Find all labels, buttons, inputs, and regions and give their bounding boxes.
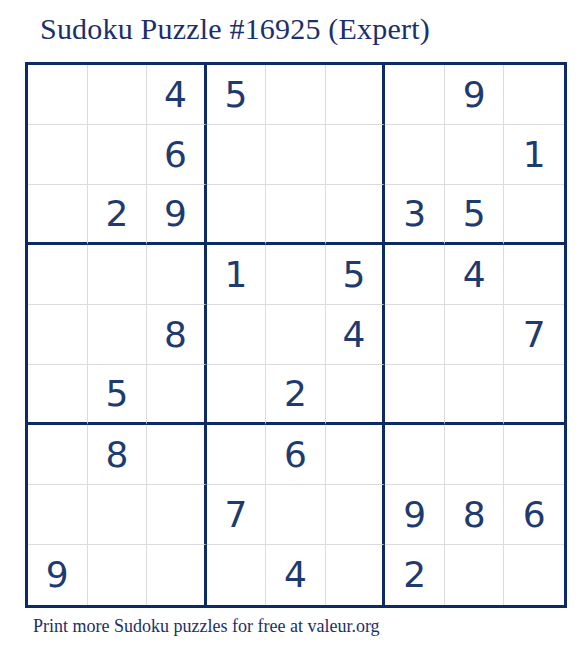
sudoku-cell-empty	[88, 65, 148, 125]
sudoku-cell-empty	[326, 425, 386, 485]
sudoku-cell-empty	[28, 245, 88, 305]
sudoku-cell-empty	[28, 485, 88, 545]
sudoku-cell-empty	[445, 305, 505, 365]
sudoku-cell-given: 9	[445, 65, 505, 125]
sudoku-cell-empty	[326, 545, 386, 605]
sudoku-cell-empty	[504, 365, 564, 425]
sudoku-cell-empty	[445, 425, 505, 485]
sudoku-cell-empty	[88, 245, 148, 305]
sudoku-cell-given: 5	[326, 245, 386, 305]
sudoku-cell-empty	[28, 425, 88, 485]
footer-text: Print more Sudoku puzzles for free at va…	[33, 616, 380, 637]
sudoku-cell-empty	[326, 485, 386, 545]
sudoku-cell-given: 6	[266, 425, 326, 485]
sudoku-cell-given: 8	[445, 485, 505, 545]
sudoku-cell-given: 9	[28, 545, 88, 605]
sudoku-cell-given: 7	[504, 305, 564, 365]
sudoku-cell-empty	[385, 125, 445, 185]
sudoku-cell-empty	[385, 365, 445, 425]
puzzle-title: Sudoku Puzzle #16925 (Expert)	[40, 12, 430, 46]
sudoku-cell-empty	[385, 305, 445, 365]
sudoku-cell-empty	[28, 305, 88, 365]
sudoku-cell-given: 4	[326, 305, 386, 365]
sudoku-cell-empty	[147, 425, 207, 485]
sudoku-cell-empty	[504, 65, 564, 125]
sudoku-cell-given: 2	[385, 545, 445, 605]
sudoku-cell-given: 4	[266, 545, 326, 605]
sudoku-cell-given: 3	[385, 185, 445, 245]
sudoku-cell-empty	[326, 365, 386, 425]
sudoku-cell-given: 6	[504, 485, 564, 545]
sudoku-cell-given: 5	[445, 185, 505, 245]
sudoku-cell-empty	[326, 125, 386, 185]
sudoku-cell-empty	[147, 485, 207, 545]
sudoku-cell-empty	[147, 545, 207, 605]
sudoku-cell-empty	[28, 125, 88, 185]
sudoku-cell-empty	[266, 245, 326, 305]
sudoku-cell-empty	[207, 185, 267, 245]
sudoku-cell-empty	[88, 125, 148, 185]
sudoku-cell-given: 8	[147, 305, 207, 365]
sudoku-cell-empty	[326, 185, 386, 245]
sudoku-cell-empty	[445, 365, 505, 425]
sudoku-page: Sudoku Puzzle #16925 (Expert) 4596129351…	[0, 0, 580, 651]
sudoku-cell-empty	[504, 245, 564, 305]
sudoku-cell-empty	[504, 545, 564, 605]
sudoku-cell-empty	[445, 545, 505, 605]
sudoku-cell-empty	[28, 65, 88, 125]
sudoku-cell-empty	[385, 425, 445, 485]
sudoku-cell-empty	[504, 185, 564, 245]
sudoku-board: 45961293515484752867986942	[25, 62, 567, 608]
sudoku-cell-empty	[28, 185, 88, 245]
sudoku-cell-empty	[207, 365, 267, 425]
sudoku-cell-empty	[266, 125, 326, 185]
sudoku-cell-empty	[266, 65, 326, 125]
sudoku-cell-empty	[385, 65, 445, 125]
sudoku-cell-given: 7	[207, 485, 267, 545]
sudoku-cell-given: 1	[504, 125, 564, 185]
sudoku-cell-empty	[147, 245, 207, 305]
sudoku-cell-given: 1	[207, 245, 267, 305]
sudoku-cell-empty	[504, 425, 564, 485]
sudoku-cell-empty	[88, 545, 148, 605]
sudoku-cell-empty	[147, 365, 207, 425]
sudoku-cell-empty	[207, 545, 267, 605]
sudoku-cell-empty	[207, 425, 267, 485]
sudoku-cell-empty	[266, 305, 326, 365]
sudoku-cell-empty	[207, 125, 267, 185]
sudoku-cell-empty	[266, 185, 326, 245]
sudoku-cell-given: 8	[88, 425, 148, 485]
sudoku-cell-empty	[207, 305, 267, 365]
sudoku-cell-empty	[88, 305, 148, 365]
sudoku-cell-empty	[445, 125, 505, 185]
sudoku-cell-empty	[28, 365, 88, 425]
sudoku-cell-empty	[266, 485, 326, 545]
sudoku-cell-given: 2	[266, 365, 326, 425]
sudoku-cell-empty	[385, 245, 445, 305]
sudoku-cell-given: 5	[88, 365, 148, 425]
sudoku-cell-given: 4	[147, 65, 207, 125]
sudoku-cell-given: 2	[88, 185, 148, 245]
sudoku-cell-given: 5	[207, 65, 267, 125]
sudoku-cell-empty	[88, 485, 148, 545]
sudoku-cell-empty	[326, 65, 386, 125]
sudoku-cell-given: 6	[147, 125, 207, 185]
sudoku-cell-given: 9	[147, 185, 207, 245]
sudoku-cell-given: 9	[385, 485, 445, 545]
sudoku-cell-given: 4	[445, 245, 505, 305]
